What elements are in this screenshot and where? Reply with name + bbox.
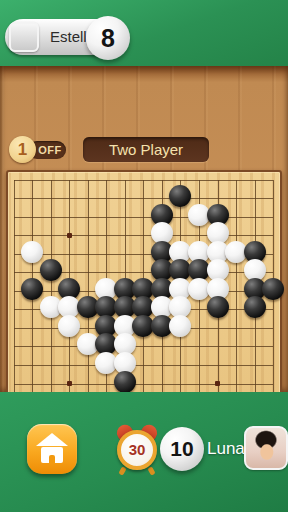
stone-black	[262, 278, 284, 300]
grid-line-horizontal	[14, 365, 274, 366]
opponent-score-ball: 10	[160, 427, 204, 471]
gomoku-app-screen: Estelle 8 OFF 1 Two Player 30 10 Luna	[0, 0, 288, 512]
opponent-name: Luna	[207, 427, 245, 471]
wood-panel: OFF 1 Two Player	[0, 66, 288, 392]
stone-white	[169, 315, 191, 337]
stone-white	[58, 315, 80, 337]
grid-line-horizontal	[14, 384, 274, 385]
home-button[interactable]	[27, 424, 77, 474]
star-point	[215, 381, 220, 386]
home-icon	[36, 433, 68, 446]
stone-black	[21, 278, 43, 300]
round-number-badge: 1	[9, 136, 36, 163]
grid-line-horizontal	[14, 346, 274, 347]
game-mode-title: Two Player	[83, 137, 209, 162]
timer-value: 30	[117, 430, 157, 470]
stone-black	[114, 371, 136, 393]
player-score-ball: 8	[86, 16, 130, 60]
star-point	[67, 381, 72, 386]
opponent-avatar	[244, 426, 288, 470]
player-avatar	[9, 22, 39, 52]
stone-black	[169, 185, 191, 207]
bottom-bar: 30 10 Luna	[0, 392, 288, 512]
stone-black	[40, 259, 62, 281]
alarm-clock-icon: 30	[114, 426, 160, 472]
top-bar: Estelle 8	[0, 0, 288, 66]
stone-black	[207, 296, 229, 318]
star-point	[67, 233, 72, 238]
stone-white	[21, 241, 43, 263]
stone-black	[244, 296, 266, 318]
